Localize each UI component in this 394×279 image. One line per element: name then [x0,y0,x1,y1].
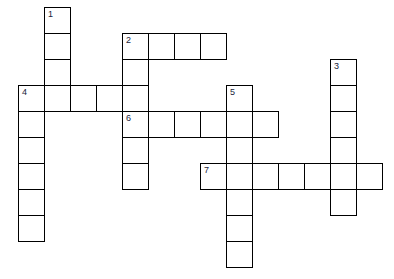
clue-number-6: 6 [126,113,131,123]
crossword-cell-r3c8[interactable]: 5 [226,85,253,112]
crossword-cell-r2c1[interactable] [44,59,71,86]
clue-number-4: 4 [22,87,27,97]
crossword-cell-r6c4[interactable] [122,163,149,190]
crossword-cell-r2c4[interactable] [122,59,149,86]
crossword-cell-r6c0[interactable] [18,163,45,190]
clue-number-5: 5 [230,87,235,97]
crossword-cell-r7c8[interactable] [226,189,253,216]
crossword-cell-r6c8[interactable] [226,163,253,190]
clue-number-2: 2 [126,35,131,45]
crossword-cell-r4c0[interactable] [18,111,45,138]
crossword-cell-r4c6[interactable] [174,111,201,138]
crossword-cell-r3c2[interactable] [70,85,97,112]
crossword-cell-r3c0[interactable]: 4 [18,85,45,112]
crossword-cell-r8c0[interactable] [18,215,45,242]
crossword-cell-r0c1[interactable]: 1 [44,7,71,34]
crossword-cell-r5c12[interactable] [330,137,357,164]
crossword-cell-r4c12[interactable] [330,111,357,138]
crossword-cell-r6c13[interactable] [356,163,383,190]
crossword-cell-r3c3[interactable] [96,85,123,112]
crossword-cell-r3c4[interactable] [122,85,149,112]
crossword-cell-r4c7[interactable] [200,111,227,138]
crossword-cell-r1c7[interactable] [200,33,227,60]
crossword-cell-r5c0[interactable] [18,137,45,164]
crossword-cell-r3c1[interactable] [44,85,71,112]
crossword-cell-r1c1[interactable] [44,33,71,60]
crossword-cell-r4c4[interactable]: 6 [122,111,149,138]
crossword-cell-r3c12[interactable] [330,85,357,112]
crossword-cell-r5c4[interactable] [122,137,149,164]
crossword-cell-r2c12[interactable]: 3 [330,59,357,86]
crossword-cell-r9c8[interactable] [226,241,253,268]
crossword-cell-r1c5[interactable] [148,33,175,60]
crossword-cell-r7c0[interactable] [18,189,45,216]
crossword-cell-r4c9[interactable] [252,111,279,138]
crossword-cell-r5c8[interactable] [226,137,253,164]
clue-number-1: 1 [48,9,53,19]
crossword-cell-r4c8[interactable] [226,111,253,138]
crossword-cell-r8c8[interactable] [226,215,253,242]
crossword-page: 1234567 [0,0,394,279]
clue-number-7: 7 [204,165,209,175]
crossword-cell-r1c6[interactable] [174,33,201,60]
clue-number-3: 3 [334,61,339,71]
crossword-cell-r6c7[interactable]: 7 [200,163,227,190]
crossword-cell-r4c5[interactable] [148,111,175,138]
crossword-cell-r7c12[interactable] [330,189,357,216]
crossword-cell-r6c12[interactable] [330,163,357,190]
crossword-board: 1234567 [18,7,382,267]
crossword-cell-r6c9[interactable] [252,163,279,190]
crossword-cell-r1c4[interactable]: 2 [122,33,149,60]
crossword-cell-r6c10[interactable] [278,163,305,190]
crossword-cell-r6c11[interactable] [304,163,331,190]
